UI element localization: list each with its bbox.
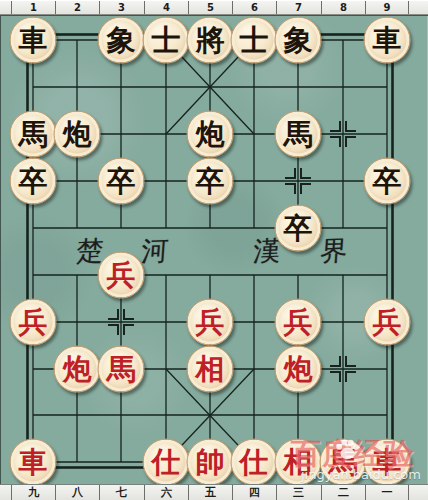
piece-red-仕[interactable]: 仕	[231, 439, 278, 486]
piece-glyph: 馬	[19, 112, 48, 157]
piece-red-兵[interactable]: 兵	[98, 252, 145, 299]
piece-black-象[interactable]: 象	[275, 17, 322, 64]
piece-glyph: 炮	[63, 347, 92, 392]
rank-label-三: 三	[276, 485, 320, 500]
piece-glyph: 卒	[107, 159, 136, 204]
piece-glyph: 炮	[284, 347, 313, 392]
piece-black-炮[interactable]: 炮	[187, 111, 234, 158]
piece-red-兵[interactable]: 兵	[10, 299, 57, 346]
piece-glyph: 馬	[329, 440, 358, 485]
piece-glyph: 車	[19, 18, 48, 63]
piece-glyph: 兵	[107, 253, 136, 298]
point-marker	[329, 355, 357, 383]
piece-red-車[interactable]: 車	[10, 439, 57, 486]
piece-black-將[interactable]: 將	[187, 17, 234, 64]
piece-red-車[interactable]: 車	[364, 439, 411, 486]
rank-label-六: 六	[144, 485, 188, 500]
rank-label-二: 二	[321, 485, 365, 500]
rank-label-五: 五	[188, 485, 232, 500]
rank-label-七: 七	[99, 485, 143, 500]
piece-glyph: 車	[373, 18, 402, 63]
piece-glyph: 象	[284, 18, 313, 63]
piece-red-相[interactable]: 相	[275, 439, 322, 486]
piece-glyph: 卒	[19, 159, 48, 204]
point-marker	[284, 167, 312, 195]
point-marker	[107, 308, 135, 336]
piece-glyph: 馬	[284, 112, 313, 157]
piece-glyph: 車	[373, 440, 402, 485]
piece-black-卒[interactable]: 卒	[275, 205, 322, 252]
rank-label-四: 四	[232, 485, 276, 500]
piece-glyph: 兵	[284, 300, 313, 345]
piece-black-馬[interactable]: 馬	[10, 111, 57, 158]
piece-red-馬[interactable]: 馬	[320, 439, 367, 486]
piece-black-士[interactable]: 士	[231, 17, 278, 64]
piece-glyph: 卒	[196, 159, 225, 204]
piece-red-炮[interactable]: 炮	[54, 346, 101, 393]
piece-red-兵[interactable]: 兵	[275, 299, 322, 346]
piece-black-卒[interactable]: 卒	[187, 158, 234, 205]
piece-glyph: 車	[19, 440, 48, 485]
board-grid	[0, 0, 428, 500]
piece-black-卒[interactable]: 卒	[98, 158, 145, 205]
piece-red-兵[interactable]: 兵	[187, 299, 234, 346]
rank-label-九: 九	[11, 485, 55, 500]
piece-black-卒[interactable]: 卒	[364, 158, 411, 205]
piece-black-卒[interactable]: 卒	[10, 158, 57, 205]
piece-red-帥[interactable]: 帥	[187, 439, 234, 486]
piece-red-相[interactable]: 相	[187, 346, 234, 393]
river-char-界: 界	[319, 233, 349, 270]
piece-red-仕[interactable]: 仕	[143, 439, 190, 486]
piece-glyph: 仕	[152, 440, 181, 485]
rank-label-一: 一	[365, 485, 409, 500]
piece-black-車[interactable]: 車	[10, 17, 57, 64]
piece-black-車[interactable]: 車	[364, 17, 411, 64]
piece-glyph: 炮	[63, 112, 92, 157]
piece-red-兵[interactable]: 兵	[364, 299, 411, 346]
piece-glyph: 馬	[107, 347, 136, 392]
rank-label-八: 八	[55, 485, 99, 500]
piece-glyph: 帥	[196, 440, 225, 485]
piece-black-象[interactable]: 象	[98, 17, 145, 64]
piece-black-馬[interactable]: 馬	[275, 111, 322, 158]
piece-black-炮[interactable]: 炮	[54, 111, 101, 158]
piece-glyph: 炮	[196, 112, 225, 157]
piece-glyph: 卒	[373, 159, 402, 204]
piece-glyph: 士	[152, 18, 181, 63]
piece-glyph: 士	[240, 18, 269, 63]
piece-red-炮[interactable]: 炮	[275, 346, 322, 393]
point-marker	[329, 120, 357, 148]
river-char-河: 河	[140, 233, 170, 270]
xiangqi-board-screenshot: 123456789 楚河漢界 車象士將士象車馬炮炮馬卒卒卒卒卒兵兵兵兵兵炮馬相炮…	[0, 0, 428, 500]
piece-glyph: 將	[196, 18, 225, 63]
piece-black-士[interactable]: 士	[143, 17, 190, 64]
piece-glyph: 兵	[19, 300, 48, 345]
piece-red-馬[interactable]: 馬	[98, 346, 145, 393]
file-labels-bottom: 九八七六五四三二一	[0, 484, 428, 500]
piece-glyph: 相	[284, 440, 313, 485]
piece-glyph: 卒	[284, 206, 313, 251]
piece-glyph: 兵	[373, 300, 402, 345]
piece-glyph: 相	[196, 347, 225, 392]
piece-glyph: 兵	[196, 300, 225, 345]
piece-glyph: 仕	[240, 440, 269, 485]
piece-glyph: 象	[107, 18, 136, 63]
